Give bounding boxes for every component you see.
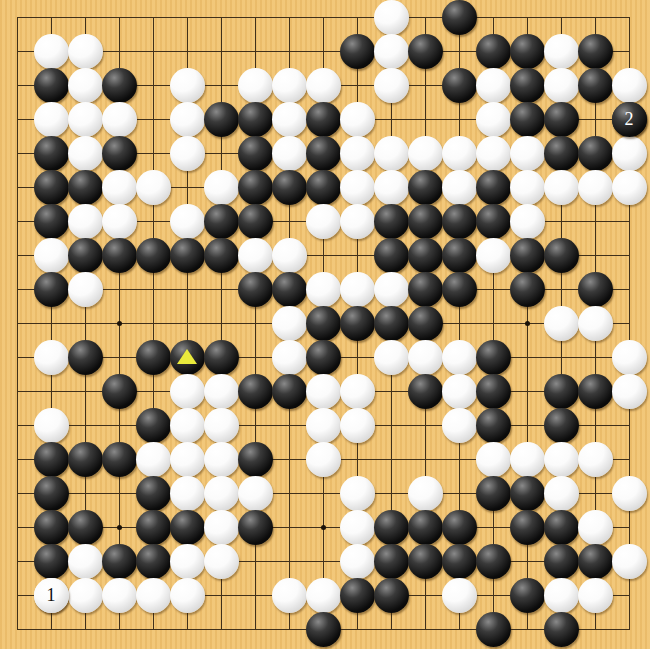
black-stone[interactable] xyxy=(306,340,341,375)
white-stone[interactable] xyxy=(544,170,579,205)
white-stone[interactable] xyxy=(408,136,443,171)
black-stone[interactable] xyxy=(408,544,443,579)
white-stone[interactable] xyxy=(612,68,647,103)
black-stone[interactable] xyxy=(510,238,545,273)
black-stone[interactable] xyxy=(374,510,409,545)
white-stone[interactable] xyxy=(238,238,273,273)
black-stone[interactable] xyxy=(136,408,171,443)
white-stone[interactable] xyxy=(510,204,545,239)
white-stone[interactable] xyxy=(68,544,103,579)
black-stone[interactable] xyxy=(204,340,239,375)
white-stone[interactable] xyxy=(204,476,239,511)
white-stone[interactable] xyxy=(34,408,69,443)
white-stone[interactable] xyxy=(34,238,69,273)
black-stone[interactable] xyxy=(102,544,137,579)
black-stone[interactable] xyxy=(238,442,273,477)
black-stone[interactable] xyxy=(510,68,545,103)
white-stone[interactable] xyxy=(340,102,375,137)
black-stone[interactable] xyxy=(136,476,171,511)
white-stone[interactable] xyxy=(204,374,239,409)
white-stone[interactable] xyxy=(476,102,511,137)
white-stone[interactable] xyxy=(374,340,409,375)
black-stone[interactable] xyxy=(136,238,171,273)
white-stone[interactable] xyxy=(374,136,409,171)
white-stone[interactable] xyxy=(476,442,511,477)
white-stone[interactable] xyxy=(408,476,443,511)
white-stone[interactable] xyxy=(306,442,341,477)
black-stone[interactable] xyxy=(544,102,579,137)
black-stone[interactable] xyxy=(340,578,375,613)
black-stone[interactable] xyxy=(238,374,273,409)
white-stone[interactable] xyxy=(340,544,375,579)
black-stone[interactable] xyxy=(306,102,341,137)
white-stone[interactable] xyxy=(204,408,239,443)
black-stone[interactable] xyxy=(510,476,545,511)
black-stone[interactable] xyxy=(306,612,341,647)
white-stone[interactable] xyxy=(34,34,69,69)
black-stone[interactable] xyxy=(476,204,511,239)
black-stone[interactable] xyxy=(510,102,545,137)
black-stone[interactable] xyxy=(374,544,409,579)
black-stone[interactable] xyxy=(34,510,69,545)
white-stone[interactable] xyxy=(340,510,375,545)
black-stone[interactable] xyxy=(102,374,137,409)
white-stone[interactable] xyxy=(272,238,307,273)
star-point xyxy=(117,321,122,326)
black-stone[interactable] xyxy=(68,238,103,273)
white-stone[interactable] xyxy=(68,102,103,137)
white-stone[interactable] xyxy=(170,442,205,477)
black-stone[interactable] xyxy=(34,272,69,307)
white-stone[interactable] xyxy=(102,578,137,613)
white-stone[interactable] xyxy=(578,306,613,341)
white-stone[interactable] xyxy=(612,136,647,171)
black-stone[interactable] xyxy=(34,68,69,103)
black-stone[interactable] xyxy=(442,510,477,545)
white-stone[interactable] xyxy=(374,68,409,103)
white-stone[interactable] xyxy=(136,442,171,477)
go-board[interactable]: 12 xyxy=(0,0,650,649)
white-stone[interactable] xyxy=(272,68,307,103)
white-stone[interactable] xyxy=(340,408,375,443)
white-stone[interactable] xyxy=(68,68,103,103)
black-stone[interactable] xyxy=(442,0,477,35)
white-stone[interactable] xyxy=(476,68,511,103)
black-stone[interactable] xyxy=(476,476,511,511)
black-stone[interactable] xyxy=(476,408,511,443)
black-stone[interactable] xyxy=(170,510,205,545)
black-stone[interactable] xyxy=(510,272,545,307)
white-stone[interactable] xyxy=(578,442,613,477)
black-stone[interactable] xyxy=(238,170,273,205)
black-stone[interactable] xyxy=(476,612,511,647)
black-stone[interactable] xyxy=(238,510,273,545)
white-stone[interactable] xyxy=(272,102,307,137)
black-stone[interactable] xyxy=(476,34,511,69)
white-stone[interactable] xyxy=(204,544,239,579)
white-stone[interactable] xyxy=(170,68,205,103)
black-stone[interactable] xyxy=(544,408,579,443)
white-stone[interactable] xyxy=(68,34,103,69)
triangle-marker xyxy=(177,349,197,364)
black-stone[interactable] xyxy=(510,34,545,69)
black-stone[interactable] xyxy=(442,272,477,307)
black-stone[interactable] xyxy=(544,136,579,171)
white-stone-numbered[interactable]: 1 xyxy=(34,578,69,613)
black-stone[interactable] xyxy=(578,272,613,307)
white-stone[interactable] xyxy=(306,578,341,613)
star-point xyxy=(321,525,326,530)
black-stone[interactable] xyxy=(578,68,613,103)
black-stone[interactable] xyxy=(374,578,409,613)
star-point xyxy=(525,321,530,326)
black-stone[interactable] xyxy=(272,374,307,409)
black-stone[interactable] xyxy=(374,306,409,341)
white-stone[interactable] xyxy=(544,442,579,477)
black-stone[interactable] xyxy=(136,340,171,375)
white-stone[interactable] xyxy=(102,102,137,137)
white-stone[interactable] xyxy=(68,272,103,307)
black-stone[interactable] xyxy=(102,136,137,171)
black-stone[interactable] xyxy=(544,374,579,409)
white-stone[interactable] xyxy=(170,408,205,443)
white-stone[interactable] xyxy=(238,476,273,511)
black-stone[interactable] xyxy=(374,238,409,273)
black-stone[interactable] xyxy=(408,204,443,239)
black-stone[interactable] xyxy=(340,34,375,69)
black-stone[interactable] xyxy=(442,544,477,579)
black-stone[interactable] xyxy=(476,340,511,375)
black-stone[interactable] xyxy=(34,476,69,511)
black-stone[interactable] xyxy=(102,238,137,273)
white-stone[interactable] xyxy=(170,204,205,239)
white-stone[interactable] xyxy=(544,306,579,341)
black-stone[interactable] xyxy=(408,306,443,341)
white-stone[interactable] xyxy=(374,170,409,205)
white-stone[interactable] xyxy=(374,272,409,307)
black-stone[interactable] xyxy=(306,306,341,341)
black-stone[interactable] xyxy=(306,136,341,171)
white-stone[interactable] xyxy=(340,136,375,171)
move-number-label: 2 xyxy=(625,110,634,128)
white-stone[interactable] xyxy=(374,34,409,69)
black-stone[interactable] xyxy=(476,374,511,409)
white-stone[interactable] xyxy=(272,340,307,375)
white-stone[interactable] xyxy=(442,578,477,613)
black-stone[interactable] xyxy=(578,374,613,409)
black-stone[interactable] xyxy=(442,204,477,239)
white-stone[interactable] xyxy=(204,442,239,477)
black-stone[interactable] xyxy=(408,170,443,205)
black-stone-numbered[interactable]: 2 xyxy=(612,102,647,137)
white-stone[interactable] xyxy=(340,374,375,409)
white-stone[interactable] xyxy=(544,68,579,103)
black-stone[interactable] xyxy=(544,544,579,579)
move-number-label: 1 xyxy=(47,586,56,604)
white-stone[interactable] xyxy=(544,578,579,613)
black-stone[interactable] xyxy=(102,68,137,103)
black-stone[interactable] xyxy=(408,34,443,69)
white-stone[interactable] xyxy=(68,136,103,171)
black-stone[interactable] xyxy=(170,238,205,273)
black-stone[interactable] xyxy=(408,272,443,307)
white-stone[interactable] xyxy=(510,136,545,171)
black-stone[interactable] xyxy=(578,544,613,579)
white-stone[interactable] xyxy=(544,34,579,69)
black-stone[interactable] xyxy=(68,170,103,205)
black-stone[interactable] xyxy=(408,238,443,273)
white-stone[interactable] xyxy=(306,204,341,239)
black-stone[interactable] xyxy=(306,170,341,205)
black-stone[interactable] xyxy=(442,68,477,103)
white-stone[interactable] xyxy=(170,544,205,579)
white-stone[interactable] xyxy=(306,374,341,409)
black-stone[interactable] xyxy=(34,544,69,579)
black-stone[interactable] xyxy=(272,272,307,307)
black-stone[interactable] xyxy=(272,170,307,205)
white-stone[interactable] xyxy=(170,578,205,613)
white-stone[interactable] xyxy=(170,102,205,137)
white-stone[interactable] xyxy=(476,238,511,273)
white-stone[interactable] xyxy=(578,510,613,545)
black-stone[interactable] xyxy=(34,170,69,205)
black-stone[interactable] xyxy=(238,272,273,307)
black-stone[interactable] xyxy=(578,136,613,171)
black-stone[interactable] xyxy=(442,238,477,273)
white-stone[interactable] xyxy=(306,68,341,103)
white-stone[interactable] xyxy=(306,272,341,307)
white-stone[interactable] xyxy=(510,170,545,205)
white-stone[interactable] xyxy=(340,170,375,205)
white-stone[interactable] xyxy=(578,578,613,613)
white-stone[interactable] xyxy=(544,476,579,511)
black-stone[interactable] xyxy=(578,34,613,69)
white-stone[interactable] xyxy=(476,136,511,171)
white-stone[interactable] xyxy=(238,68,273,103)
white-stone[interactable] xyxy=(612,170,647,205)
white-stone[interactable] xyxy=(612,374,647,409)
white-stone[interactable] xyxy=(442,408,477,443)
black-stone[interactable] xyxy=(544,238,579,273)
black-stone[interactable] xyxy=(34,136,69,171)
white-stone[interactable] xyxy=(204,510,239,545)
black-stone[interactable] xyxy=(102,442,137,477)
white-stone[interactable] xyxy=(578,170,613,205)
white-stone[interactable] xyxy=(306,408,341,443)
white-stone[interactable] xyxy=(68,204,103,239)
white-stone[interactable] xyxy=(136,170,171,205)
black-stone[interactable] xyxy=(476,170,511,205)
white-stone[interactable] xyxy=(170,136,205,171)
white-stone[interactable] xyxy=(34,102,69,137)
black-stone[interactable] xyxy=(238,102,273,137)
black-stone[interactable] xyxy=(204,102,239,137)
white-stone[interactable] xyxy=(408,340,443,375)
black-stone[interactable] xyxy=(68,510,103,545)
white-stone[interactable] xyxy=(442,340,477,375)
white-stone[interactable] xyxy=(442,136,477,171)
white-stone[interactable] xyxy=(102,204,137,239)
white-stone[interactable] xyxy=(272,306,307,341)
black-stone[interactable] xyxy=(374,204,409,239)
black-stone[interactable] xyxy=(34,204,69,239)
black-stone[interactable] xyxy=(408,374,443,409)
white-stone[interactable] xyxy=(272,136,307,171)
white-stone[interactable] xyxy=(272,578,307,613)
black-stone[interactable] xyxy=(136,510,171,545)
white-stone[interactable] xyxy=(170,374,205,409)
white-stone[interactable] xyxy=(340,204,375,239)
black-stone[interactable] xyxy=(238,136,273,171)
white-stone[interactable] xyxy=(68,578,103,613)
white-stone[interactable] xyxy=(34,340,69,375)
white-stone[interactable] xyxy=(340,476,375,511)
white-stone[interactable] xyxy=(170,476,205,511)
white-stone[interactable] xyxy=(374,0,409,35)
black-stone[interactable] xyxy=(34,442,69,477)
black-stone[interactable] xyxy=(68,442,103,477)
star-point xyxy=(117,525,122,530)
black-stone[interactable] xyxy=(544,612,579,647)
white-stone[interactable] xyxy=(442,170,477,205)
white-stone[interactable] xyxy=(102,170,137,205)
white-stone[interactable] xyxy=(340,272,375,307)
black-stone[interactable] xyxy=(510,578,545,613)
white-stone[interactable] xyxy=(612,544,647,579)
white-stone[interactable] xyxy=(612,340,647,375)
black-stone[interactable] xyxy=(476,544,511,579)
white-stone[interactable] xyxy=(510,442,545,477)
white-stone[interactable] xyxy=(136,578,171,613)
black-stone[interactable] xyxy=(544,510,579,545)
black-stone[interactable] xyxy=(204,238,239,273)
black-stone[interactable] xyxy=(204,204,239,239)
black-stone[interactable] xyxy=(510,510,545,545)
white-stone[interactable] xyxy=(204,170,239,205)
white-stone[interactable] xyxy=(442,374,477,409)
black-stone[interactable] xyxy=(238,204,273,239)
go-game-screenshot: 12 xyxy=(0,0,650,649)
black-stone[interactable] xyxy=(340,306,375,341)
black-stone[interactable] xyxy=(136,544,171,579)
black-stone[interactable] xyxy=(68,340,103,375)
white-stone[interactable] xyxy=(612,476,647,511)
black-stone[interactable] xyxy=(408,510,443,545)
